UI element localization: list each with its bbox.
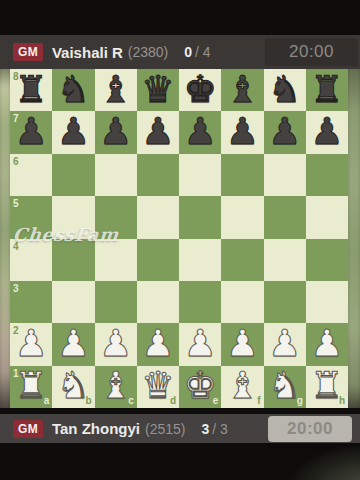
square-a8[interactable]: 8♜: [10, 69, 52, 111]
top-player-score: 0/ 4: [184, 44, 210, 60]
square-b1[interactable]: b♞: [52, 366, 94, 408]
rank-label-6: 6: [13, 157, 19, 167]
piece-black-pawn[interactable]: ♟: [15, 113, 48, 150]
square-e1[interactable]: e♚: [179, 366, 221, 408]
square-e5[interactable]: [179, 196, 221, 238]
top-player-rating: (2380): [128, 44, 168, 60]
piece-black-pawn[interactable]: ♟: [268, 113, 301, 150]
square-c8[interactable]: ♝: [95, 69, 137, 111]
piece-white-king[interactable]: ♚: [184, 367, 217, 404]
watermark: ChessFam: [12, 224, 120, 245]
square-c6[interactable]: [95, 154, 137, 196]
top-score-total: / 4: [195, 44, 211, 60]
piece-black-pawn[interactable]: ♟: [99, 113, 132, 150]
piece-black-queen[interactable]: ♛: [141, 71, 174, 108]
square-g2[interactable]: ♟: [264, 323, 306, 365]
piece-black-rook[interactable]: ♜: [310, 71, 343, 108]
top-player-name: Vaishali R: [52, 44, 123, 61]
piece-black-knight[interactable]: ♞: [268, 71, 301, 108]
square-f5[interactable]: [221, 196, 263, 238]
square-f1[interactable]: f♝: [221, 366, 263, 408]
piece-black-knight[interactable]: ♞: [57, 71, 90, 108]
bottom-player-name: Tan Zhongyi: [52, 420, 140, 437]
square-f3[interactable]: [221, 281, 263, 323]
bottom-player-score: 3/ 3: [201, 421, 227, 437]
piece-white-pawn[interactable]: ♟: [184, 325, 217, 362]
square-h1[interactable]: h♜: [306, 366, 348, 408]
square-g3[interactable]: [264, 281, 306, 323]
square-h5[interactable]: [306, 196, 348, 238]
square-c3[interactable]: [95, 281, 137, 323]
piece-white-pawn[interactable]: ♟: [268, 325, 301, 362]
piece-black-rook[interactable]: ♜: [15, 71, 48, 108]
piece-white-pawn[interactable]: ♟: [310, 325, 343, 362]
piece-white-knight[interactable]: ♞: [57, 367, 90, 404]
square-a3[interactable]: 3: [10, 281, 52, 323]
video-frame: GM Vaishali R (2380) 0/ 4 20:00 8♜♞♝♛♚♝♞…: [0, 0, 360, 480]
bottom-score-total: / 3: [212, 421, 228, 437]
square-d2[interactable]: ♟: [137, 323, 179, 365]
board-edge-blur-left: [0, 69, 10, 408]
square-h4[interactable]: [306, 239, 348, 281]
square-h7[interactable]: ♟: [306, 111, 348, 153]
piece-black-pawn[interactable]: ♟: [310, 113, 343, 150]
square-d8[interactable]: ♛: [137, 69, 179, 111]
square-a1[interactable]: 1a♜: [10, 366, 52, 408]
square-d4[interactable]: [137, 239, 179, 281]
square-g8[interactable]: ♞: [264, 69, 306, 111]
square-a6[interactable]: 6: [10, 154, 52, 196]
top-clock-time: 20:00: [289, 42, 334, 62]
piece-white-queen[interactable]: ♛: [141, 367, 174, 404]
letterbox-bottom: [0, 443, 360, 480]
piece-white-knight[interactable]: ♞: [268, 367, 301, 404]
square-b8[interactable]: ♞: [52, 69, 94, 111]
square-h2[interactable]: ♟: [306, 323, 348, 365]
square-e7[interactable]: ♟: [179, 111, 221, 153]
piece-white-pawn[interactable]: ♟: [57, 325, 90, 362]
square-b7[interactable]: ♟: [52, 111, 94, 153]
piece-black-bishop[interactable]: ♝: [99, 71, 132, 108]
square-g4[interactable]: [264, 239, 306, 281]
square-e4[interactable]: [179, 239, 221, 281]
top-player-clock: 20:00: [265, 38, 358, 66]
top-player-bar: GM Vaishali R (2380) 0/ 4 20:00: [0, 35, 360, 69]
square-a2[interactable]: 2♟: [10, 323, 52, 365]
square-b2[interactable]: ♟: [52, 323, 94, 365]
square-f4[interactable]: [221, 239, 263, 281]
gm-title-badge: GM: [13, 43, 43, 61]
square-d3[interactable]: [137, 281, 179, 323]
square-g5[interactable]: [264, 196, 306, 238]
piece-black-pawn[interactable]: ♟: [141, 113, 174, 150]
square-d1[interactable]: d♛: [137, 366, 179, 408]
board-edge-blur-right: [348, 69, 360, 408]
top-score-value: 0: [184, 44, 192, 60]
bottom-player-rating: (2515): [145, 421, 185, 437]
square-b6[interactable]: [52, 154, 94, 196]
square-e8[interactable]: ♚: [179, 69, 221, 111]
square-g7[interactable]: ♟: [264, 111, 306, 153]
rank-label-3: 3: [13, 284, 19, 294]
square-d5[interactable]: [137, 196, 179, 238]
rank-label-5: 5: [13, 199, 19, 209]
letterbox-top: [0, 0, 360, 35]
piece-white-bishop[interactable]: ♝: [226, 367, 259, 404]
piece-white-rook[interactable]: ♜: [15, 367, 48, 404]
square-f8[interactable]: ♝: [221, 69, 263, 111]
square-e3[interactable]: [179, 281, 221, 323]
square-h6[interactable]: [306, 154, 348, 196]
square-c1[interactable]: c♝: [95, 366, 137, 408]
square-a7[interactable]: 7♟: [10, 111, 52, 153]
bottom-player-clock: 20:00: [268, 416, 352, 442]
square-c2[interactable]: ♟: [95, 323, 137, 365]
piece-white-pawn[interactable]: ♟: [226, 325, 259, 362]
piece-black-pawn[interactable]: ♟: [57, 113, 90, 150]
square-h8[interactable]: ♜: [306, 69, 348, 111]
square-d6[interactable]: [137, 154, 179, 196]
square-e2[interactable]: ♟: [179, 323, 221, 365]
square-g1[interactable]: g♞: [264, 366, 306, 408]
piece-black-king[interactable]: ♚: [184, 71, 217, 108]
square-b3[interactable]: [52, 281, 94, 323]
square-d7[interactable]: ♟: [137, 111, 179, 153]
piece-black-bishop[interactable]: ♝: [226, 71, 259, 108]
piece-white-bishop[interactable]: ♝: [99, 367, 132, 404]
piece-black-pawn[interactable]: ♟: [184, 113, 217, 150]
square-f7[interactable]: ♟: [221, 111, 263, 153]
square-f2[interactable]: ♟: [221, 323, 263, 365]
square-e6[interactable]: [179, 154, 221, 196]
square-g6[interactable]: [264, 154, 306, 196]
gm-title-badge: GM: [13, 420, 43, 438]
piece-black-pawn[interactable]: ♟: [226, 113, 259, 150]
bottom-score-value: 3: [201, 421, 209, 437]
square-c7[interactable]: ♟: [95, 111, 137, 153]
piece-white-pawn[interactable]: ♟: [99, 325, 132, 362]
square-f6[interactable]: [221, 154, 263, 196]
square-h3[interactable]: [306, 281, 348, 323]
piece-white-pawn[interactable]: ♟: [141, 325, 174, 362]
bottom-player-bar: GM Tan Zhongyi (2515) 3/ 3 20:00: [0, 414, 360, 443]
piece-white-pawn[interactable]: ♟: [15, 325, 48, 362]
bottom-clock-time: 20:00: [287, 419, 333, 439]
piece-white-rook[interactable]: ♜: [310, 367, 343, 404]
